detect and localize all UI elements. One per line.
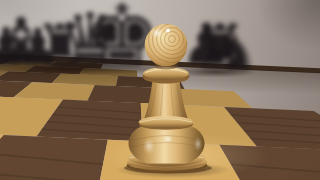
pawn-bulb xyxy=(128,127,204,164)
white-pawn xyxy=(0,0,320,180)
pawn-stem xyxy=(144,80,188,120)
chess-photo-scene: ♟♝♟♜♛♚♟♜♞ xyxy=(0,0,320,180)
pawn-head xyxy=(145,16,196,67)
pawn-bead-ring xyxy=(139,116,194,130)
